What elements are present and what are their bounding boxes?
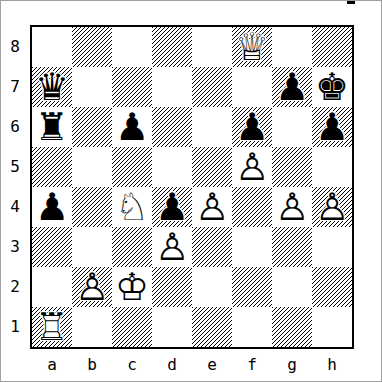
- screen-artifact: [347, 1, 355, 4]
- square-d5[interactable]: [152, 147, 192, 187]
- square-h8[interactable]: [312, 27, 352, 67]
- square-g7[interactable]: ♟: [272, 67, 312, 107]
- square-e1[interactable]: [192, 307, 232, 347]
- chess-diagram: 87654321 ♛♕♛♟♚♜♟♟♟♟♙♟♞♘♟♟♙♟♙♟♙♟♙♟♙♚♔♜♖ a…: [0, 0, 382, 382]
- square-e6[interactable]: [192, 107, 232, 147]
- white-pawn: ♟♙: [272, 187, 312, 227]
- square-a7[interactable]: ♛: [32, 67, 72, 107]
- square-f3[interactable]: [232, 227, 272, 267]
- square-f1[interactable]: [232, 307, 272, 347]
- file-label-e: e: [192, 353, 232, 377]
- square-a3[interactable]: [32, 227, 72, 267]
- rank-label-1: 1: [1, 307, 29, 347]
- rank-label-3: 3: [1, 227, 29, 267]
- black-pawn: ♟: [112, 107, 152, 147]
- file-label-c: c: [112, 353, 152, 377]
- white-rook: ♜♖: [32, 307, 72, 347]
- square-b7[interactable]: [72, 67, 112, 107]
- square-f5[interactable]: ♟♙: [232, 147, 272, 187]
- white-pawn: ♟♙: [312, 187, 352, 227]
- black-queen: ♛: [32, 67, 72, 107]
- square-b2[interactable]: ♟♙: [72, 267, 112, 307]
- square-e7[interactable]: [192, 67, 232, 107]
- file-label-b: b: [72, 353, 112, 377]
- square-e8[interactable]: [192, 27, 232, 67]
- square-e3[interactable]: [192, 227, 232, 267]
- square-c2[interactable]: ♚♔: [112, 267, 152, 307]
- square-g8[interactable]: [272, 27, 312, 67]
- file-label-h: h: [312, 353, 352, 377]
- file-label-g: g: [272, 353, 312, 377]
- square-h2[interactable]: [312, 267, 352, 307]
- square-c5[interactable]: [112, 147, 152, 187]
- square-a5[interactable]: [32, 147, 72, 187]
- square-d1[interactable]: [152, 307, 192, 347]
- black-pawn: ♟: [232, 107, 272, 147]
- square-h4[interactable]: ♟♙: [312, 187, 352, 227]
- black-pawn: ♟: [272, 67, 312, 107]
- file-label-f: f: [232, 353, 272, 377]
- white-pawn: ♟♙: [72, 267, 112, 307]
- square-f4[interactable]: [232, 187, 272, 227]
- rank-label-7: 7: [1, 67, 29, 107]
- square-a1[interactable]: ♜♖: [32, 307, 72, 347]
- square-b1[interactable]: [72, 307, 112, 347]
- white-knight: ♞♘: [112, 187, 152, 227]
- rank-label-6: 6: [1, 107, 29, 147]
- black-pawn: ♟: [312, 107, 352, 147]
- rank-labels: 87654321: [1, 27, 29, 347]
- square-f7[interactable]: [232, 67, 272, 107]
- square-f8[interactable]: ♛♕: [232, 27, 272, 67]
- rank-label-4: 4: [1, 187, 29, 227]
- white-queen: ♛♕: [232, 27, 272, 67]
- square-g6[interactable]: [272, 107, 312, 147]
- square-g3[interactable]: [272, 227, 312, 267]
- file-labels: abcdefgh: [32, 353, 352, 377]
- square-g4[interactable]: ♟♙: [272, 187, 312, 227]
- black-pawn: ♟: [32, 187, 72, 227]
- rank-label-8: 8: [1, 27, 29, 67]
- square-d3[interactable]: ♟♙: [152, 227, 192, 267]
- square-b8[interactable]: [72, 27, 112, 67]
- square-b5[interactable]: [72, 147, 112, 187]
- square-c6[interactable]: ♟: [112, 107, 152, 147]
- square-g2[interactable]: [272, 267, 312, 307]
- white-king: ♚♔: [112, 267, 152, 307]
- square-a8[interactable]: [32, 27, 72, 67]
- square-b6[interactable]: [72, 107, 112, 147]
- square-f6[interactable]: ♟: [232, 107, 272, 147]
- square-c3[interactable]: [112, 227, 152, 267]
- square-c4[interactable]: ♞♘: [112, 187, 152, 227]
- square-d8[interactable]: [152, 27, 192, 67]
- square-g5[interactable]: [272, 147, 312, 187]
- square-h1[interactable]: [312, 307, 352, 347]
- square-h7[interactable]: ♚: [312, 67, 352, 107]
- square-h3[interactable]: [312, 227, 352, 267]
- square-d4[interactable]: ♟: [152, 187, 192, 227]
- square-g1[interactable]: [272, 307, 312, 347]
- chess-board: ♛♕♛♟♚♜♟♟♟♟♙♟♞♘♟♟♙♟♙♟♙♟♙♟♙♚♔♜♖: [30, 25, 354, 349]
- square-b3[interactable]: [72, 227, 112, 267]
- black-pawn: ♟: [152, 187, 192, 227]
- white-pawn: ♟♙: [232, 147, 272, 187]
- square-a4[interactable]: ♟: [32, 187, 72, 227]
- square-d6[interactable]: [152, 107, 192, 147]
- square-c7[interactable]: [112, 67, 152, 107]
- square-c8[interactable]: [112, 27, 152, 67]
- square-a6[interactable]: ♜: [32, 107, 72, 147]
- black-rook: ♜: [32, 107, 72, 147]
- square-d2[interactable]: [152, 267, 192, 307]
- square-h5[interactable]: [312, 147, 352, 187]
- square-d7[interactable]: [152, 67, 192, 107]
- square-c1[interactable]: [112, 307, 152, 347]
- white-pawn: ♟♙: [152, 227, 192, 267]
- rank-label-5: 5: [1, 147, 29, 187]
- white-pawn: ♟♙: [192, 187, 232, 227]
- file-label-d: d: [152, 353, 192, 377]
- square-e4[interactable]: ♟♙: [192, 187, 232, 227]
- square-e2[interactable]: [192, 267, 232, 307]
- rank-label-2: 2: [1, 267, 29, 307]
- square-b4[interactable]: [72, 187, 112, 227]
- file-label-a: a: [32, 353, 72, 377]
- square-h6[interactable]: ♟: [312, 107, 352, 147]
- square-f2[interactable]: [232, 267, 272, 307]
- square-a2[interactable]: [32, 267, 72, 307]
- black-king: ♚: [312, 67, 352, 107]
- square-e5[interactable]: [192, 147, 232, 187]
